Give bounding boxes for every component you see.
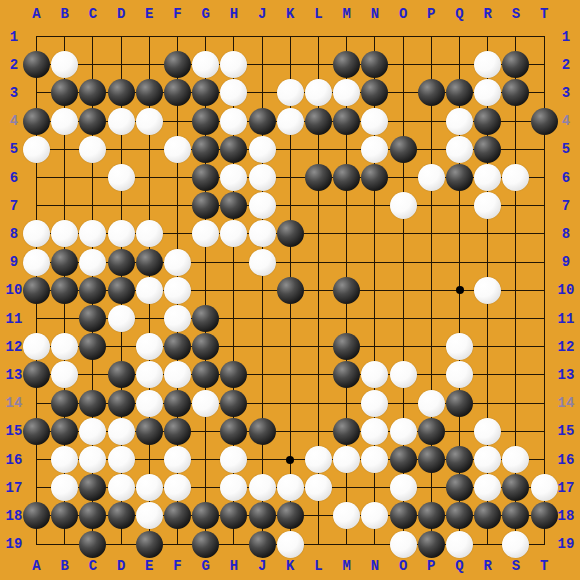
star-point-K16: [286, 456, 294, 464]
row-label-left-7: 7: [1, 198, 27, 214]
col-label-bottom-R: R: [475, 558, 501, 574]
stone-white-L17: [305, 474, 332, 501]
col-label-bottom-N: N: [362, 558, 388, 574]
stone-white-R15: [474, 418, 501, 445]
stone-black-G4: [192, 108, 219, 135]
col-label-top-E: E: [136, 6, 162, 22]
row-label-right-1: 1: [553, 29, 579, 45]
col-label-bottom-E: E: [136, 558, 162, 574]
col-label-bottom-C: C: [80, 558, 106, 574]
col-label-bottom-F: F: [165, 558, 191, 574]
col-label-top-G: G: [193, 6, 219, 22]
stone-black-E3: [136, 79, 163, 106]
stone-white-R16: [474, 446, 501, 473]
stone-black-R4: [474, 108, 501, 135]
stone-white-Q19: [446, 531, 473, 558]
stone-white-D11: [108, 305, 135, 332]
col-label-top-N: N: [362, 6, 388, 22]
stone-black-D9: [108, 249, 135, 276]
stone-black-E15: [136, 418, 163, 445]
stone-black-H5: [220, 136, 247, 163]
row-label-right-15: 15: [553, 423, 579, 439]
stone-white-E17: [136, 474, 163, 501]
col-label-bottom-O: O: [390, 558, 416, 574]
stone-black-D14: [108, 390, 135, 417]
stone-white-E13: [136, 361, 163, 388]
stone-white-G14: [192, 390, 219, 417]
stone-black-B15: [51, 418, 78, 445]
stone-white-B4: [51, 108, 78, 135]
stone-white-F10: [164, 277, 191, 304]
col-label-top-K: K: [277, 6, 303, 22]
col-label-bottom-J: J: [249, 558, 275, 574]
stone-black-R5: [474, 136, 501, 163]
stone-white-F5: [164, 136, 191, 163]
star-point-Q10: [456, 286, 464, 294]
stone-black-M10: [333, 277, 360, 304]
stone-white-J6: [249, 164, 276, 191]
stone-white-E8: [136, 220, 163, 247]
row-label-left-19: 19: [1, 536, 27, 552]
stone-black-A2: [23, 51, 50, 78]
stone-black-T18: [531, 502, 558, 529]
col-label-top-F: F: [165, 6, 191, 22]
stone-black-A15: [23, 418, 50, 445]
row-label-right-9: 9: [553, 254, 579, 270]
stone-black-F15: [164, 418, 191, 445]
stone-white-Q4: [446, 108, 473, 135]
row-label-left-3: 3: [1, 85, 27, 101]
col-label-bottom-T: T: [531, 558, 557, 574]
stone-white-P6: [418, 164, 445, 191]
stone-black-F14: [164, 390, 191, 417]
col-label-bottom-A: A: [24, 558, 50, 574]
col-label-top-S: S: [503, 6, 529, 22]
stone-black-P18: [418, 502, 445, 529]
stone-white-E14: [136, 390, 163, 417]
stone-white-J7: [249, 192, 276, 219]
col-label-top-O: O: [390, 6, 416, 22]
stone-white-Q12: [446, 333, 473, 360]
stone-white-E18: [136, 502, 163, 529]
stone-white-B16: [51, 446, 78, 473]
stone-white-D16: [108, 446, 135, 473]
go-board: AABBCCDDEEFFGGHHJJKKLLMMNNOOPPQQRRSSTT11…: [0, 0, 580, 580]
stone-white-Q5: [446, 136, 473, 163]
stone-white-L16: [305, 446, 332, 473]
stone-black-E9: [136, 249, 163, 276]
stone-white-O7: [390, 192, 417, 219]
col-label-bottom-B: B: [52, 558, 78, 574]
col-label-top-B: B: [52, 6, 78, 22]
row-label-left-16: 16: [1, 452, 27, 468]
stone-black-K8: [277, 220, 304, 247]
stone-white-F11: [164, 305, 191, 332]
col-label-bottom-P: P: [418, 558, 444, 574]
stone-white-J8: [249, 220, 276, 247]
stone-white-S19: [502, 531, 529, 558]
stone-black-J19: [249, 531, 276, 558]
stone-black-A4: [23, 108, 50, 135]
stone-black-T4: [531, 108, 558, 135]
stone-white-C5: [79, 136, 106, 163]
stone-black-A10: [23, 277, 50, 304]
stone-white-J17: [249, 474, 276, 501]
stone-white-D6: [108, 164, 135, 191]
stone-black-F2: [164, 51, 191, 78]
stone-white-A9: [23, 249, 50, 276]
stone-black-M4: [333, 108, 360, 135]
col-label-top-L: L: [306, 6, 332, 22]
row-label-right-5: 5: [553, 141, 579, 157]
stone-white-D4: [108, 108, 135, 135]
stone-black-P15: [418, 418, 445, 445]
col-label-top-D: D: [108, 6, 134, 22]
stone-white-A12: [23, 333, 50, 360]
stone-black-G6: [192, 164, 219, 191]
stone-black-O18: [390, 502, 417, 529]
stone-black-M15: [333, 418, 360, 445]
stone-black-P16: [418, 446, 445, 473]
stone-black-L6: [305, 164, 332, 191]
stone-white-A5: [23, 136, 50, 163]
col-label-bottom-G: G: [193, 558, 219, 574]
stone-white-F16: [164, 446, 191, 473]
stone-white-D8: [108, 220, 135, 247]
stone-black-C4: [79, 108, 106, 135]
row-label-right-12: 12: [553, 339, 579, 355]
stone-black-K18: [277, 502, 304, 529]
stone-black-O5: [390, 136, 417, 163]
stone-black-O16: [390, 446, 417, 473]
stone-white-C15: [79, 418, 106, 445]
row-label-right-8: 8: [553, 226, 579, 242]
stone-black-E19: [136, 531, 163, 558]
stone-white-F9: [164, 249, 191, 276]
stone-black-D13: [108, 361, 135, 388]
row-label-right-6: 6: [553, 170, 579, 186]
stone-black-Q6: [446, 164, 473, 191]
row-label-left-1: 1: [1, 29, 27, 45]
stone-white-J5: [249, 136, 276, 163]
col-label-top-H: H: [221, 6, 247, 22]
stone-black-Q17: [446, 474, 473, 501]
stone-black-J18: [249, 502, 276, 529]
stone-white-H4: [220, 108, 247, 135]
row-label-right-13: 13: [553, 367, 579, 383]
col-label-top-P: P: [418, 6, 444, 22]
stone-white-R10: [474, 277, 501, 304]
row-label-right-19: 19: [553, 536, 579, 552]
stone-black-G19: [192, 531, 219, 558]
stone-white-C9: [79, 249, 106, 276]
col-label-top-A: A: [24, 6, 50, 22]
stone-black-D3: [108, 79, 135, 106]
row-label-right-14: 14: [553, 395, 579, 411]
stone-white-E12: [136, 333, 163, 360]
stone-white-J9: [249, 249, 276, 276]
stone-black-G11: [192, 305, 219, 332]
stone-black-C19: [79, 531, 106, 558]
row-label-right-7: 7: [553, 198, 579, 214]
stone-white-D17: [108, 474, 135, 501]
col-label-top-C: C: [80, 6, 106, 22]
stone-white-E10: [136, 277, 163, 304]
stone-black-M6: [333, 164, 360, 191]
stone-white-O17: [390, 474, 417, 501]
stone-white-N4: [361, 108, 388, 135]
stone-white-K17: [277, 474, 304, 501]
col-label-top-R: R: [475, 6, 501, 22]
col-label-top-J: J: [249, 6, 275, 22]
stone-white-R6: [474, 164, 501, 191]
stone-black-Q14: [446, 390, 473, 417]
row-label-left-11: 11: [1, 311, 27, 327]
col-label-bottom-L: L: [306, 558, 332, 574]
stone-white-T17: [531, 474, 558, 501]
col-label-bottom-H: H: [221, 558, 247, 574]
stone-black-C14: [79, 390, 106, 417]
stone-white-K3: [277, 79, 304, 106]
row-label-left-14: 14: [1, 395, 27, 411]
stone-white-O13: [390, 361, 417, 388]
stone-white-E4: [136, 108, 163, 135]
stone-white-K19: [277, 531, 304, 558]
stone-black-J15: [249, 418, 276, 445]
col-label-bottom-M: M: [334, 558, 360, 574]
col-label-bottom-S: S: [503, 558, 529, 574]
col-label-top-M: M: [334, 6, 360, 22]
row-label-right-16: 16: [553, 452, 579, 468]
row-label-left-6: 6: [1, 170, 27, 186]
stone-white-K4: [277, 108, 304, 135]
col-label-top-Q: Q: [447, 6, 473, 22]
row-label-right-11: 11: [553, 311, 579, 327]
stone-white-N14: [361, 390, 388, 417]
stone-black-B10: [51, 277, 78, 304]
row-label-right-2: 2: [553, 57, 579, 73]
stone-black-Q16: [446, 446, 473, 473]
stone-black-B9: [51, 249, 78, 276]
stone-black-G5: [192, 136, 219, 163]
row-label-left-17: 17: [1, 480, 27, 496]
stone-black-B14: [51, 390, 78, 417]
row-label-right-3: 3: [553, 85, 579, 101]
stone-white-O19: [390, 531, 417, 558]
stone-black-P19: [418, 531, 445, 558]
col-label-bottom-K: K: [277, 558, 303, 574]
stone-black-C10: [79, 277, 106, 304]
stone-black-D10: [108, 277, 135, 304]
stone-white-N5: [361, 136, 388, 163]
stone-black-L4: [305, 108, 332, 135]
stone-black-J4: [249, 108, 276, 135]
stone-black-K10: [277, 277, 304, 304]
stone-white-O15: [390, 418, 417, 445]
stone-white-M16: [333, 446, 360, 473]
stone-white-P14: [418, 390, 445, 417]
stone-white-N15: [361, 418, 388, 445]
stone-black-H15: [220, 418, 247, 445]
stone-black-F12: [164, 333, 191, 360]
stone-white-F17: [164, 474, 191, 501]
col-label-bottom-Q: Q: [447, 558, 473, 574]
col-label-bottom-D: D: [108, 558, 134, 574]
stone-white-D15: [108, 418, 135, 445]
col-label-top-T: T: [531, 6, 557, 22]
stone-black-H14: [220, 390, 247, 417]
stone-black-P3: [418, 79, 445, 106]
row-label-right-10: 10: [553, 282, 579, 298]
stone-black-D18: [108, 502, 135, 529]
